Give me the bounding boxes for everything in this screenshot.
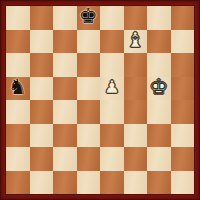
square-h7[interactable] <box>171 30 195 54</box>
square-g8[interactable] <box>147 6 171 30</box>
square-f4[interactable] <box>124 100 148 124</box>
square-c2[interactable] <box>53 147 77 171</box>
square-c1[interactable] <box>53 171 77 195</box>
square-b1[interactable] <box>30 171 54 195</box>
square-f3[interactable] <box>124 124 148 148</box>
square-g3[interactable] <box>147 124 171 148</box>
square-h6[interactable] <box>171 53 195 77</box>
square-e3[interactable] <box>100 124 124 148</box>
black-knight[interactable]: ♞ <box>8 77 27 98</box>
chess-board-frame: ♚♝♞♟♚ <box>0 0 200 200</box>
square-h8[interactable] <box>171 6 195 30</box>
square-b4[interactable] <box>30 100 54 124</box>
square-d6[interactable] <box>77 53 101 77</box>
square-e8[interactable] <box>100 6 124 30</box>
square-b6[interactable] <box>30 53 54 77</box>
black-king[interactable]: ♚ <box>79 6 98 27</box>
square-a7[interactable] <box>6 30 30 54</box>
square-f8[interactable] <box>124 6 148 30</box>
square-h5[interactable] <box>171 77 195 101</box>
square-c7[interactable] <box>53 30 77 54</box>
square-g2[interactable] <box>147 147 171 171</box>
square-h1[interactable] <box>171 171 195 195</box>
square-e1[interactable] <box>100 171 124 195</box>
square-a8[interactable] <box>6 6 30 30</box>
square-h2[interactable] <box>171 147 195 171</box>
square-d7[interactable] <box>77 30 101 54</box>
square-g7[interactable] <box>147 30 171 54</box>
square-f1[interactable] <box>124 171 148 195</box>
square-c8[interactable] <box>53 6 77 30</box>
square-b7[interactable] <box>30 30 54 54</box>
square-g6[interactable] <box>147 53 171 77</box>
square-f6[interactable] <box>124 53 148 77</box>
square-d1[interactable] <box>77 171 101 195</box>
square-c5[interactable] <box>53 77 77 101</box>
white-king[interactable]: ♚ <box>149 77 168 98</box>
square-a5[interactable]: ♞ <box>6 77 30 101</box>
square-h3[interactable] <box>171 124 195 148</box>
square-e2[interactable] <box>100 147 124 171</box>
square-a4[interactable] <box>6 100 30 124</box>
square-g5[interactable]: ♚ <box>147 77 171 101</box>
square-b5[interactable] <box>30 77 54 101</box>
square-a6[interactable] <box>6 53 30 77</box>
square-c6[interactable] <box>53 53 77 77</box>
square-d5[interactable] <box>77 77 101 101</box>
square-f5[interactable] <box>124 77 148 101</box>
square-d3[interactable] <box>77 124 101 148</box>
square-b2[interactable] <box>30 147 54 171</box>
square-g4[interactable] <box>147 100 171 124</box>
square-e4[interactable] <box>100 100 124 124</box>
square-a3[interactable] <box>6 124 30 148</box>
white-bishop[interactable]: ♝ <box>126 30 145 51</box>
square-d8[interactable]: ♚ <box>77 6 101 30</box>
square-e6[interactable] <box>100 53 124 77</box>
square-a1[interactable] <box>6 171 30 195</box>
square-h4[interactable] <box>171 100 195 124</box>
square-f7[interactable]: ♝ <box>124 30 148 54</box>
square-e5[interactable]: ♟ <box>100 77 124 101</box>
square-g1[interactable] <box>147 171 171 195</box>
square-b3[interactable] <box>30 124 54 148</box>
square-a2[interactable] <box>6 147 30 171</box>
square-c3[interactable] <box>53 124 77 148</box>
square-d2[interactable] <box>77 147 101 171</box>
square-d4[interactable] <box>77 100 101 124</box>
square-e7[interactable] <box>100 30 124 54</box>
chess-board: ♚♝♞♟♚ <box>6 6 194 194</box>
square-c4[interactable] <box>53 100 77 124</box>
white-pawn[interactable]: ♟ <box>104 78 120 96</box>
square-b8[interactable] <box>30 6 54 30</box>
square-f2[interactable] <box>124 147 148 171</box>
